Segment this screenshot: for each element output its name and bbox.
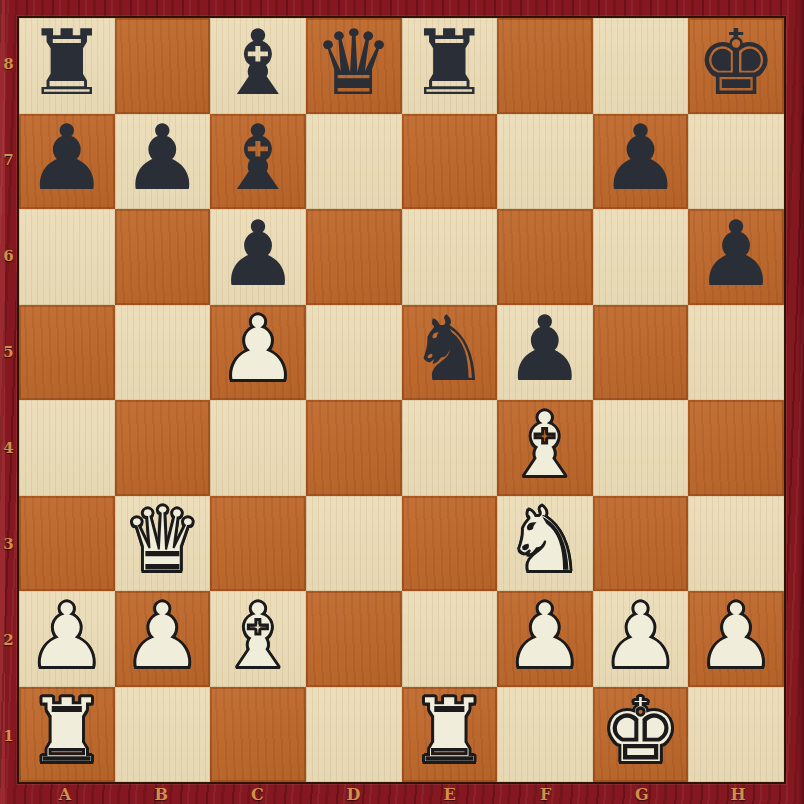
square-d7[interactable] bbox=[306, 114, 402, 210]
file-label-a: A bbox=[17, 784, 113, 804]
square-c7[interactable]: ♝ bbox=[210, 114, 306, 210]
white-pawn: ♟ bbox=[600, 591, 681, 681]
square-a3[interactable] bbox=[19, 496, 115, 592]
square-a6[interactable] bbox=[19, 209, 115, 305]
square-a7[interactable]: ♟ bbox=[19, 114, 115, 210]
white-rook: ♜ bbox=[409, 686, 490, 776]
file-label-h: H bbox=[690, 784, 786, 804]
square-h7[interactable] bbox=[688, 114, 784, 210]
white-king: ♚ bbox=[600, 686, 681, 776]
square-e4[interactable] bbox=[402, 400, 498, 496]
square-g3[interactable] bbox=[593, 496, 689, 592]
white-knight: ♞ bbox=[505, 495, 586, 585]
square-c8[interactable]: ♝ bbox=[210, 18, 306, 114]
file-label-b: B bbox=[113, 784, 209, 804]
file-label-c: C bbox=[209, 784, 305, 804]
square-e6[interactable] bbox=[402, 209, 498, 305]
square-b3[interactable]: ♛ bbox=[115, 496, 211, 592]
black-pawn: ♟ bbox=[600, 113, 681, 203]
square-a1[interactable]: ♜ bbox=[19, 687, 115, 783]
file-label-d: D bbox=[305, 784, 401, 804]
rank-label-8: 8 bbox=[0, 16, 17, 112]
square-g4[interactable] bbox=[593, 400, 689, 496]
square-e7[interactable] bbox=[402, 114, 498, 210]
square-b4[interactable] bbox=[115, 400, 211, 496]
black-knight: ♞ bbox=[409, 304, 490, 394]
square-d5[interactable] bbox=[306, 305, 402, 401]
white-pawn: ♟ bbox=[505, 591, 586, 681]
black-king: ♚ bbox=[696, 18, 777, 108]
square-h8[interactable]: ♚ bbox=[688, 18, 784, 114]
file-label-e: E bbox=[402, 784, 498, 804]
black-bishop: ♝ bbox=[218, 18, 299, 108]
white-bishop: ♝ bbox=[218, 591, 299, 681]
board: ♜♝♛♜♚♟♟♝♟♟♟♟♞♟♝♛♞♟♟♝♟♟♟♜♜♚ bbox=[17, 16, 786, 784]
white-queen: ♛ bbox=[122, 495, 203, 585]
square-d3[interactable] bbox=[306, 496, 402, 592]
square-h6[interactable]: ♟ bbox=[688, 209, 784, 305]
black-pawn: ♟ bbox=[122, 113, 203, 203]
square-g2[interactable]: ♟ bbox=[593, 591, 689, 687]
square-c1[interactable] bbox=[210, 687, 306, 783]
black-rook: ♜ bbox=[26, 18, 107, 108]
square-h5[interactable] bbox=[688, 305, 784, 401]
square-a8[interactable]: ♜ bbox=[19, 18, 115, 114]
white-pawn: ♟ bbox=[696, 591, 777, 681]
square-c5[interactable]: ♟ bbox=[210, 305, 306, 401]
square-b8[interactable] bbox=[115, 18, 211, 114]
square-a4[interactable] bbox=[19, 400, 115, 496]
file-labels: A B C D E F G H bbox=[17, 784, 786, 804]
square-b6[interactable] bbox=[115, 209, 211, 305]
square-f5[interactable]: ♟ bbox=[497, 305, 593, 401]
square-f8[interactable] bbox=[497, 18, 593, 114]
square-h2[interactable]: ♟ bbox=[688, 591, 784, 687]
square-h1[interactable] bbox=[688, 687, 784, 783]
square-g6[interactable] bbox=[593, 209, 689, 305]
square-d6[interactable] bbox=[306, 209, 402, 305]
square-f6[interactable] bbox=[497, 209, 593, 305]
square-f3[interactable]: ♞ bbox=[497, 496, 593, 592]
white-bishop: ♝ bbox=[505, 400, 586, 490]
square-f2[interactable]: ♟ bbox=[497, 591, 593, 687]
square-a5[interactable] bbox=[19, 305, 115, 401]
black-pawn: ♟ bbox=[696, 209, 777, 299]
square-d4[interactable] bbox=[306, 400, 402, 496]
square-e2[interactable] bbox=[402, 591, 498, 687]
rank-labels: 8 7 6 5 4 3 2 1 bbox=[0, 16, 17, 784]
square-b1[interactable] bbox=[115, 687, 211, 783]
white-pawn: ♟ bbox=[122, 591, 203, 681]
square-f7[interactable] bbox=[497, 114, 593, 210]
white-pawn: ♟ bbox=[26, 591, 107, 681]
square-e5[interactable]: ♞ bbox=[402, 305, 498, 401]
square-g5[interactable] bbox=[593, 305, 689, 401]
rank-label-5: 5 bbox=[0, 304, 17, 400]
file-label-g: G bbox=[594, 784, 690, 804]
square-h3[interactable] bbox=[688, 496, 784, 592]
black-rook: ♜ bbox=[409, 18, 490, 108]
square-g7[interactable]: ♟ bbox=[593, 114, 689, 210]
square-f4[interactable]: ♝ bbox=[497, 400, 593, 496]
rank-label-3: 3 bbox=[0, 496, 17, 592]
square-g1[interactable]: ♚ bbox=[593, 687, 689, 783]
square-c2[interactable]: ♝ bbox=[210, 591, 306, 687]
rank-label-1: 1 bbox=[0, 688, 17, 784]
black-bishop: ♝ bbox=[218, 113, 299, 203]
square-c3[interactable] bbox=[210, 496, 306, 592]
white-pawn: ♟ bbox=[218, 304, 299, 394]
square-b5[interactable] bbox=[115, 305, 211, 401]
rank-label-4: 4 bbox=[0, 400, 17, 496]
black-queen: ♛ bbox=[313, 18, 394, 108]
square-f1[interactable] bbox=[497, 687, 593, 783]
square-g8[interactable] bbox=[593, 18, 689, 114]
rank-label-7: 7 bbox=[0, 112, 17, 208]
square-d2[interactable] bbox=[306, 591, 402, 687]
square-d1[interactable] bbox=[306, 687, 402, 783]
square-a2[interactable]: ♟ bbox=[19, 591, 115, 687]
square-e8[interactable]: ♜ bbox=[402, 18, 498, 114]
black-pawn: ♟ bbox=[26, 113, 107, 203]
square-e1[interactable]: ♜ bbox=[402, 687, 498, 783]
file-label-f: F bbox=[498, 784, 594, 804]
square-d8[interactable]: ♛ bbox=[306, 18, 402, 114]
square-e3[interactable] bbox=[402, 496, 498, 592]
chess-board-frame: 8 7 6 5 4 3 2 1 ♜♝♛♜♚♟♟♝♟♟♟♟♞♟♝♛♞♟♟♝♟♟♟♜… bbox=[0, 0, 804, 804]
square-c4[interactable] bbox=[210, 400, 306, 496]
square-b2[interactable]: ♟ bbox=[115, 591, 211, 687]
rank-label-2: 2 bbox=[0, 592, 17, 688]
white-rook: ♜ bbox=[26, 686, 107, 776]
black-pawn: ♟ bbox=[505, 304, 586, 394]
black-pawn: ♟ bbox=[218, 209, 299, 299]
square-b7[interactable]: ♟ bbox=[115, 114, 211, 210]
square-c6[interactable]: ♟ bbox=[210, 209, 306, 305]
square-h4[interactable] bbox=[688, 400, 784, 496]
rank-label-6: 6 bbox=[0, 208, 17, 304]
